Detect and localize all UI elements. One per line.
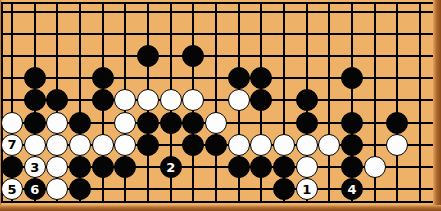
stone-black-numbered: 2 (160, 156, 182, 178)
grid-line (2, 201, 433, 203)
go-board-diagram: 7325614 (0, 0, 441, 211)
stone-black (205, 134, 227, 156)
grid-line (2, 2, 433, 4)
stone-white (296, 134, 318, 156)
grid-line (2, 77, 433, 79)
stone-white-numbered: 7 (1, 134, 23, 156)
stone-black (69, 112, 91, 134)
stone-white-numbered: 1 (296, 178, 318, 200)
stone-black (137, 112, 159, 134)
stone-black (386, 112, 408, 134)
stone-white (205, 112, 227, 134)
stone-black (296, 112, 318, 134)
stone-white (46, 134, 68, 156)
stone-black (341, 112, 363, 134)
stone-white (24, 134, 46, 156)
stone-black (296, 89, 318, 111)
move-number: 1 (302, 183, 311, 196)
move-number: 3 (30, 161, 39, 174)
move-number: 2 (166, 161, 175, 174)
stone-white (228, 134, 250, 156)
stone-black-numbered: 6 (24, 178, 46, 200)
stone-white (160, 89, 182, 111)
move-number: 7 (7, 138, 16, 151)
stone-white (114, 134, 136, 156)
move-number: 6 (30, 183, 39, 196)
stone-black (24, 112, 46, 134)
stone-white (1, 112, 23, 134)
stone-black (228, 156, 250, 178)
grid-line (2, 11, 433, 13)
wood-edge-right (433, 0, 441, 211)
stone-white (46, 112, 68, 134)
stone-black (92, 89, 114, 111)
stone-black (228, 67, 250, 89)
stone-white (69, 134, 91, 156)
stone-black (137, 45, 159, 67)
stone-white (296, 156, 318, 178)
move-number: 4 (348, 183, 357, 196)
stone-black (182, 112, 204, 134)
stone-black (1, 156, 23, 178)
stone-black (92, 67, 114, 89)
stone-black (341, 134, 363, 156)
wood-edge-bottom (0, 205, 441, 211)
stone-black (160, 112, 182, 134)
stone-white (228, 89, 250, 111)
stone-white (92, 134, 114, 156)
grid-line (2, 55, 433, 57)
stone-white (364, 156, 386, 178)
stone-white (114, 112, 136, 134)
stone-black (273, 156, 295, 178)
stone-black (69, 156, 91, 178)
stone-black (92, 156, 114, 178)
stone-black (341, 156, 363, 178)
grid-line (2, 33, 433, 35)
stone-white-numbered: 3 (24, 156, 46, 178)
stone-black (24, 89, 46, 111)
stone-black (137, 134, 159, 156)
stone-white (273, 134, 295, 156)
stone-black (24, 67, 46, 89)
move-number: 5 (7, 183, 16, 196)
